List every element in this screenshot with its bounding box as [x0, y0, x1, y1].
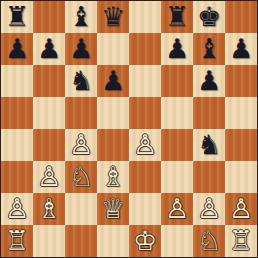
square-d5[interactable]	[97, 97, 129, 129]
square-e1[interactable]: ♔	[129, 225, 161, 257]
square-d2[interactable]: ♕	[97, 193, 129, 225]
square-h2[interactable]: ♙	[225, 193, 257, 225]
piece-white-pawn[interactable]: ♙	[133, 129, 157, 161]
square-c1[interactable]	[65, 225, 97, 257]
piece-white-bishop[interactable]: ♗	[101, 161, 125, 193]
square-h1[interactable]: ♖	[225, 225, 257, 257]
piece-white-pawn[interactable]: ♙	[69, 129, 93, 161]
piece-black-rook[interactable]: ♜	[5, 1, 29, 33]
piece-white-knight[interactable]: ♘	[197, 225, 221, 257]
square-h5[interactable]	[225, 97, 257, 129]
square-g2[interactable]: ♙	[193, 193, 225, 225]
piece-black-bishop[interactable]: ♝	[69, 1, 93, 33]
square-e7[interactable]	[129, 33, 161, 65]
piece-black-bishop[interactable]: ♝	[197, 33, 221, 65]
piece-white-pawn[interactable]: ♙	[37, 161, 61, 193]
square-a3[interactable]	[1, 161, 33, 193]
piece-white-pawn[interactable]: ♙	[5, 193, 29, 225]
square-b4[interactable]	[33, 129, 65, 161]
piece-black-pawn[interactable]: ♟	[37, 33, 61, 65]
square-c7[interactable]: ♟	[65, 33, 97, 65]
piece-black-pawn[interactable]: ♟	[197, 65, 221, 97]
square-c5[interactable]	[65, 97, 97, 129]
square-f3[interactable]	[161, 161, 193, 193]
square-b1[interactable]	[33, 225, 65, 257]
square-h8[interactable]	[225, 1, 257, 33]
square-g6[interactable]: ♟	[193, 65, 225, 97]
square-e4[interactable]: ♙	[129, 129, 161, 161]
square-c6[interactable]: ♞	[65, 65, 97, 97]
square-f6[interactable]	[161, 65, 193, 97]
square-b7[interactable]: ♟	[33, 33, 65, 65]
square-d3[interactable]: ♗	[97, 161, 129, 193]
square-c2[interactable]	[65, 193, 97, 225]
square-e8[interactable]	[129, 1, 161, 33]
piece-black-pawn[interactable]: ♟	[101, 65, 125, 97]
square-e6[interactable]	[129, 65, 161, 97]
square-f5[interactable]	[161, 97, 193, 129]
square-a5[interactable]	[1, 97, 33, 129]
square-f1[interactable]	[161, 225, 193, 257]
piece-white-rook[interactable]: ♖	[5, 225, 29, 257]
piece-black-pawn[interactable]: ♟	[229, 33, 253, 65]
square-d4[interactable]	[97, 129, 129, 161]
square-a7[interactable]: ♟	[1, 33, 33, 65]
square-d8[interactable]: ♛	[97, 1, 129, 33]
square-b3[interactable]: ♙	[33, 161, 65, 193]
piece-white-pawn[interactable]: ♙	[165, 193, 189, 225]
square-h4[interactable]	[225, 129, 257, 161]
square-f2[interactable]: ♙	[161, 193, 193, 225]
square-d7[interactable]	[97, 33, 129, 65]
square-a1[interactable]: ♖	[1, 225, 33, 257]
square-d1[interactable]	[97, 225, 129, 257]
piece-white-rook[interactable]: ♖	[229, 225, 253, 257]
square-c4[interactable]: ♙	[65, 129, 97, 161]
square-g4[interactable]: ♞	[193, 129, 225, 161]
square-g3[interactable]	[193, 161, 225, 193]
square-f8[interactable]: ♜	[161, 1, 193, 33]
square-f4[interactable]	[161, 129, 193, 161]
square-c3[interactable]: ♘	[65, 161, 97, 193]
square-h6[interactable]	[225, 65, 257, 97]
square-b2[interactable]: ♗	[33, 193, 65, 225]
square-a8[interactable]: ♜	[1, 1, 33, 33]
piece-white-queen[interactable]: ♕	[101, 193, 125, 225]
square-h7[interactable]: ♟	[225, 33, 257, 65]
square-g8[interactable]: ♚	[193, 1, 225, 33]
square-g1[interactable]: ♘	[193, 225, 225, 257]
piece-white-pawn[interactable]: ♙	[197, 193, 221, 225]
piece-black-knight[interactable]: ♞	[197, 129, 221, 161]
square-e3[interactable]	[129, 161, 161, 193]
piece-white-knight[interactable]: ♘	[69, 161, 93, 193]
square-e2[interactable]	[129, 193, 161, 225]
square-b5[interactable]	[33, 97, 65, 129]
piece-black-queen[interactable]: ♛	[101, 1, 125, 33]
square-h3[interactable]	[225, 161, 257, 193]
square-b8[interactable]	[33, 1, 65, 33]
chess-board-frame: ♜♝♛♜♚♟♟♟♟♝♟♞♟♟♙♙♞♙♘♗♙♗♕♙♙♙♖♔♘♖	[0, 0, 258, 258]
piece-black-rook[interactable]: ♜	[165, 1, 189, 33]
square-c8[interactable]: ♝	[65, 1, 97, 33]
square-d6[interactable]: ♟	[97, 65, 129, 97]
chess-board: ♜♝♛♜♚♟♟♟♟♝♟♞♟♟♙♙♞♙♘♗♙♗♕♙♙♙♖♔♘♖	[1, 1, 257, 257]
square-a6[interactable]	[1, 65, 33, 97]
piece-black-pawn[interactable]: ♟	[5, 33, 29, 65]
square-e5[interactable]	[129, 97, 161, 129]
square-f7[interactable]: ♟	[161, 33, 193, 65]
square-a4[interactable]	[1, 129, 33, 161]
square-g5[interactable]	[193, 97, 225, 129]
piece-black-knight[interactable]: ♞	[69, 65, 93, 97]
square-b6[interactable]	[33, 65, 65, 97]
piece-white-pawn[interactable]: ♙	[229, 193, 253, 225]
piece-white-bishop[interactable]: ♗	[37, 193, 61, 225]
square-g7[interactable]: ♝	[193, 33, 225, 65]
square-a2[interactable]: ♙	[1, 193, 33, 225]
piece-black-pawn[interactable]: ♟	[69, 33, 93, 65]
piece-black-pawn[interactable]: ♟	[165, 33, 189, 65]
piece-white-king[interactable]: ♔	[133, 225, 157, 257]
piece-black-king[interactable]: ♚	[197, 1, 221, 33]
